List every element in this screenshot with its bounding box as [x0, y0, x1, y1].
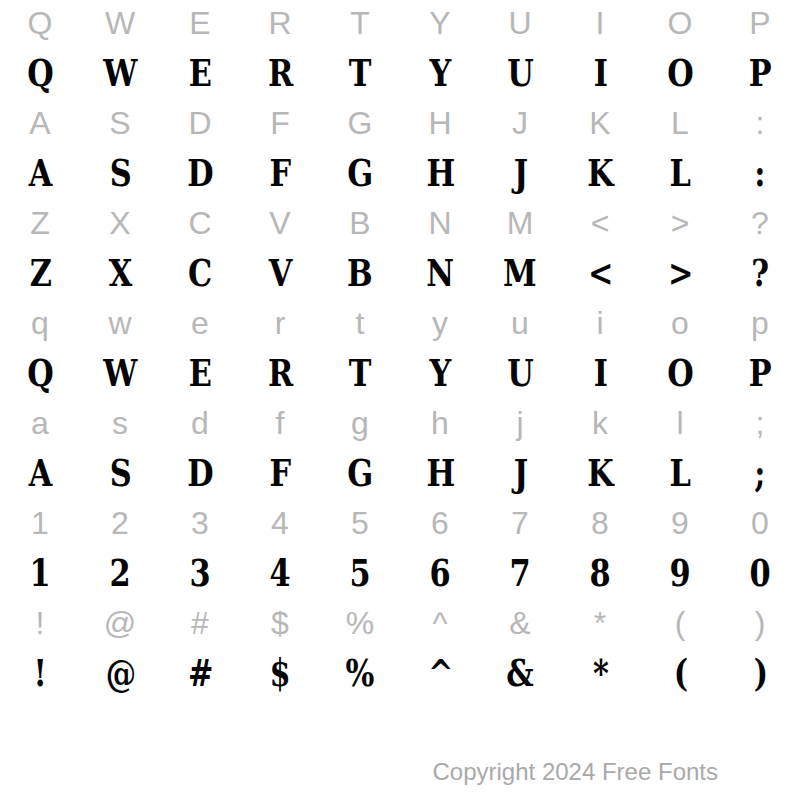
reference-glyph: r: [275, 307, 286, 339]
specimen-glyph: M: [504, 254, 537, 292]
reference-glyph: ^: [432, 607, 447, 639]
reference-glyph-cell-12-4: %: [320, 600, 400, 645]
specimen-glyph: 8: [590, 554, 610, 592]
reference-glyph-cell-8-6: j: [480, 400, 560, 445]
reference-glyph: #: [191, 607, 209, 639]
specimen-glyph: T: [349, 354, 371, 392]
reference-glyph: B: [349, 207, 370, 239]
reference-glyph: C: [188, 207, 211, 239]
reference-glyph-cell-12-9: ): [720, 600, 800, 645]
copyright-text: Copyright 2024 Free Fonts: [433, 758, 718, 786]
specimen-glyph-cell-3-4: G: [320, 145, 400, 200]
reference-glyph-cell-6-3: r: [240, 300, 320, 345]
reference-glyph-cell-4-7: <: [560, 200, 640, 245]
reference-glyph-cell-4-4: B: [320, 200, 400, 245]
specimen-glyph: R: [268, 354, 292, 392]
reference-glyph-cell-4-2: C: [160, 200, 240, 245]
reference-glyph-cell-6-0: q: [0, 300, 80, 345]
specimen-glyph-cell-7-2: E: [160, 345, 240, 400]
reference-glyph-cell-10-8: 9: [640, 500, 720, 545]
specimen-glyph-cell-5-4: B: [320, 245, 400, 300]
reference-glyph-cell-2-1: S: [80, 100, 160, 145]
reference-glyph: W: [105, 7, 135, 39]
reference-glyph-cell-4-6: M: [480, 200, 560, 245]
specimen-glyph: K: [587, 454, 613, 492]
specimen-glyph-cell-7-7: I: [560, 345, 640, 400]
character-grid: QWERTYUIOPQWERTYUIOPASDFGHJKL:ASDFGHJKL:…: [0, 0, 800, 700]
reference-glyph: <: [591, 207, 610, 239]
specimen-glyph: O: [667, 354, 693, 392]
reference-glyph-cell-10-5: 6: [400, 500, 480, 545]
specimen-glyph: V: [269, 254, 292, 292]
reference-glyph: 5: [351, 507, 369, 539]
specimen-glyph-cell-11-9: 0: [720, 545, 800, 600]
reference-glyph-cell-10-3: 4: [240, 500, 320, 545]
specimen-glyph: P: [749, 54, 771, 92]
specimen-glyph: B: [348, 254, 373, 292]
specimen-glyph-cell-11-2: 3: [160, 545, 240, 600]
reference-glyph: 1: [31, 507, 49, 539]
specimen-glyph: H: [426, 454, 454, 492]
specimen-glyph: R: [268, 54, 292, 92]
reference-glyph: :: [756, 107, 765, 139]
specimen-glyph: S: [109, 454, 130, 492]
specimen-glyph-cell-1-3: R: [240, 45, 320, 100]
reference-glyph-cell-6-5: y: [400, 300, 480, 345]
reference-glyph-cell-6-4: t: [320, 300, 400, 345]
specimen-glyph: 0: [750, 554, 770, 592]
specimen-glyph-cell-13-5: ^: [400, 645, 480, 700]
specimen-glyph-cell-1-2: E: [160, 45, 240, 100]
reference-glyph: i: [596, 307, 603, 339]
specimen-glyph: 2: [110, 554, 130, 592]
reference-glyph: o: [671, 307, 689, 339]
reference-glyph-cell-2-8: L: [640, 100, 720, 145]
specimen-glyph-cell-1-7: I: [560, 45, 640, 100]
reference-glyph: k: [592, 407, 608, 439]
specimen-glyph-cell-5-1: X: [80, 245, 160, 300]
reference-glyph: K: [589, 107, 610, 139]
specimen-glyph: F: [270, 154, 291, 192]
reference-glyph: *: [594, 607, 606, 639]
reference-glyph-cell-2-4: G: [320, 100, 400, 145]
reference-glyph: Y: [429, 7, 450, 39]
specimen-glyph-cell-11-1: 2: [80, 545, 160, 600]
specimen-glyph: U: [507, 354, 533, 392]
reference-glyph-cell-0-4: T: [320, 0, 400, 45]
reference-glyph: ): [755, 607, 766, 639]
reference-glyph: 8: [591, 507, 609, 539]
specimen-glyph: J: [513, 454, 527, 492]
reference-glyph: H: [428, 107, 451, 139]
specimen-glyph-cell-9-7: K: [560, 445, 640, 500]
reference-glyph: f: [276, 407, 285, 439]
specimen-glyph-cell-9-8: L: [640, 445, 720, 500]
specimen-glyph-cell-9-2: D: [160, 445, 240, 500]
reference-glyph: T: [350, 7, 370, 39]
specimen-glyph: 4: [270, 554, 290, 592]
specimen-glyph-cell-1-0: Q: [0, 45, 80, 100]
specimen-glyph: @: [105, 654, 135, 692]
specimen-glyph: ?: [751, 254, 768, 292]
specimen-glyph-cell-13-9: ): [720, 645, 800, 700]
specimen-glyph: Y: [430, 54, 451, 92]
reference-glyph: l: [676, 407, 683, 439]
reference-glyph-cell-6-1: w: [80, 300, 160, 345]
reference-glyph: L: [671, 107, 689, 139]
reference-glyph: h: [431, 407, 449, 439]
reference-glyph-cell-12-1: @: [80, 600, 160, 645]
reference-glyph-cell-12-5: ^: [400, 600, 480, 645]
reference-glyph-cell-4-3: V: [240, 200, 320, 245]
reference-glyph: @: [104, 607, 136, 639]
specimen-glyph-cell-13-6: &: [480, 645, 560, 700]
reference-glyph-cell-4-8: >: [640, 200, 720, 245]
reference-glyph-cell-0-1: W: [80, 0, 160, 45]
specimen-glyph: U: [507, 54, 533, 92]
reference-glyph-cell-0-6: U: [480, 0, 560, 45]
reference-glyph-cell-8-7: k: [560, 400, 640, 445]
font-specimen-sheet: QWERTYUIOPQWERTYUIOPASDFGHJKL:ASDFGHJKL:…: [0, 0, 800, 800]
reference-glyph: F: [270, 107, 290, 139]
specimen-glyph: I: [593, 354, 606, 392]
reference-glyph-cell-12-3: $: [240, 600, 320, 645]
reference-glyph: 7: [511, 507, 529, 539]
specimen-glyph-cell-11-7: 8: [560, 545, 640, 600]
reference-glyph-cell-0-7: I: [560, 0, 640, 45]
reference-glyph-cell-4-5: N: [400, 200, 480, 245]
reference-glyph-cell-0-2: E: [160, 0, 240, 45]
specimen-glyph: S: [109, 154, 130, 192]
specimen-glyph: %: [346, 654, 374, 692]
reference-glyph: j: [516, 407, 523, 439]
specimen-glyph-cell-9-0: A: [0, 445, 80, 500]
specimen-glyph: 7: [510, 554, 530, 592]
specimen-glyph: J: [513, 154, 527, 192]
reference-glyph: Q: [28, 7, 53, 39]
specimen-glyph: Y: [430, 354, 451, 392]
reference-glyph: ?: [751, 207, 769, 239]
reference-glyph: t: [356, 307, 365, 339]
reference-glyph-cell-10-1: 2: [80, 500, 160, 545]
reference-glyph-cell-0-0: Q: [0, 0, 80, 45]
specimen-glyph-cell-5-8: >: [640, 245, 720, 300]
reference-glyph: &: [509, 607, 530, 639]
specimen-glyph: W: [103, 54, 136, 92]
reference-glyph: !: [36, 607, 45, 639]
reference-glyph-cell-0-8: O: [640, 0, 720, 45]
reference-glyph-cell-4-0: Z: [0, 200, 80, 245]
reference-glyph: J: [512, 107, 528, 139]
reference-glyph: O: [668, 7, 693, 39]
reference-glyph-cell-2-2: D: [160, 100, 240, 145]
reference-glyph: E: [189, 7, 210, 39]
specimen-glyph-cell-9-4: G: [320, 445, 400, 500]
specimen-glyph-cell-11-4: 5: [320, 545, 400, 600]
specimen-glyph: K: [587, 154, 613, 192]
specimen-glyph: Q: [27, 354, 53, 392]
reference-glyph-cell-10-0: 1: [0, 500, 80, 545]
specimen-glyph: N: [426, 254, 453, 292]
reference-glyph: G: [348, 107, 373, 139]
specimen-glyph-cell-7-4: T: [320, 345, 400, 400]
specimen-glyph-cell-7-0: Q: [0, 345, 80, 400]
specimen-glyph: F: [270, 454, 291, 492]
reference-glyph-cell-4-1: X: [80, 200, 160, 245]
reference-glyph: s: [112, 407, 128, 439]
reference-glyph-cell-12-7: *: [560, 600, 640, 645]
reference-glyph-cell-2-0: A: [0, 100, 80, 145]
specimen-glyph-cell-11-3: 4: [240, 545, 320, 600]
specimen-glyph-cell-9-6: J: [480, 445, 560, 500]
reference-glyph-cell-8-2: d: [160, 400, 240, 445]
specimen-glyph-cell-3-3: F: [240, 145, 320, 200]
specimen-glyph-cell-5-2: C: [160, 245, 240, 300]
reference-glyph-cell-10-9: 0: [720, 500, 800, 545]
reference-glyph: d: [191, 407, 209, 439]
specimen-glyph: G: [347, 454, 372, 492]
specimen-glyph: E: [189, 54, 211, 92]
specimen-glyph: L: [670, 154, 691, 192]
reference-glyph-cell-6-2: e: [160, 300, 240, 345]
reference-glyph: 9: [671, 507, 689, 539]
reference-glyph-cell-0-9: P: [720, 0, 800, 45]
reference-glyph-cell-0-3: R: [240, 0, 320, 45]
reference-glyph-cell-10-6: 7: [480, 500, 560, 545]
reference-glyph: y: [432, 307, 448, 339]
specimen-glyph: G: [347, 154, 372, 192]
specimen-glyph-cell-13-3: $: [240, 645, 320, 700]
reference-glyph: e: [191, 307, 209, 339]
specimen-glyph-cell-9-9: ;: [720, 445, 800, 500]
reference-glyph-cell-2-9: :: [720, 100, 800, 145]
specimen-glyph-cell-1-5: Y: [400, 45, 480, 100]
specimen-glyph: P: [749, 354, 771, 392]
specimen-glyph-cell-13-4: %: [320, 645, 400, 700]
reference-glyph-cell-2-6: J: [480, 100, 560, 145]
reference-glyph-cell-0-5: Y: [400, 0, 480, 45]
specimen-glyph: ): [753, 654, 767, 692]
specimen-glyph: D: [187, 454, 213, 492]
reference-glyph: ;: [756, 407, 765, 439]
reference-glyph-cell-8-9: ;: [720, 400, 800, 445]
reference-glyph: (: [675, 607, 686, 639]
specimen-glyph-cell-11-0: 1: [0, 545, 80, 600]
specimen-glyph-cell-1-9: P: [720, 45, 800, 100]
reference-glyph: q: [31, 307, 49, 339]
reference-glyph-cell-12-6: &: [480, 600, 560, 645]
specimen-glyph-cell-7-1: W: [80, 345, 160, 400]
reference-glyph-cell-12-8: (: [640, 600, 720, 645]
specimen-glyph-cell-13-2: #: [160, 645, 240, 700]
specimen-glyph-cell-5-0: Z: [0, 245, 80, 300]
specimen-glyph-cell-1-1: W: [80, 45, 160, 100]
reference-glyph-cell-8-8: l: [640, 400, 720, 445]
specimen-glyph: $: [270, 654, 290, 692]
specimen-glyph: A: [29, 154, 52, 192]
reference-glyph-cell-12-0: !: [0, 600, 80, 645]
specimen-glyph: ;: [755, 454, 765, 492]
specimen-glyph-cell-5-9: ?: [720, 245, 800, 300]
specimen-glyph: !: [34, 654, 47, 692]
specimen-glyph-cell-13-0: !: [0, 645, 80, 700]
specimen-glyph: 9: [670, 554, 690, 592]
specimen-glyph: O: [667, 54, 693, 92]
specimen-glyph: 6: [430, 554, 450, 592]
reference-glyph: U: [508, 7, 531, 39]
specimen-glyph-cell-1-8: O: [640, 45, 720, 100]
reference-glyph-cell-6-6: u: [480, 300, 560, 345]
specimen-glyph-cell-5-6: M: [480, 245, 560, 300]
specimen-glyph-cell-3-1: S: [80, 145, 160, 200]
reference-glyph: g: [351, 407, 369, 439]
specimen-glyph-cell-9-3: F: [240, 445, 320, 500]
reference-glyph: R: [268, 7, 291, 39]
reference-glyph-cell-6-8: o: [640, 300, 720, 345]
specimen-glyph: ^: [428, 654, 453, 692]
reference-glyph-cell-6-9: p: [720, 300, 800, 345]
reference-glyph-cell-10-2: 3: [160, 500, 240, 545]
specimen-glyph: 5: [350, 554, 370, 592]
specimen-glyph: Z: [29, 254, 50, 292]
specimen-glyph: :: [755, 154, 765, 192]
reference-glyph: I: [596, 7, 605, 39]
reference-glyph: 6: [431, 507, 449, 539]
specimen-glyph-cell-11-6: 7: [480, 545, 560, 600]
specimen-glyph: (: [673, 654, 687, 692]
specimen-glyph-cell-3-7: K: [560, 145, 640, 200]
specimen-glyph-cell-13-7: *: [560, 645, 640, 700]
reference-glyph: S: [109, 107, 130, 139]
reference-glyph: M: [507, 207, 534, 239]
specimen-glyph: D: [187, 154, 213, 192]
specimen-glyph: I: [593, 54, 606, 92]
specimen-glyph-cell-5-7: <: [560, 245, 640, 300]
reference-glyph-cell-8-3: f: [240, 400, 320, 445]
specimen-glyph-cell-3-5: H: [400, 145, 480, 200]
specimen-glyph-cell-1-6: U: [480, 45, 560, 100]
specimen-glyph: #: [188, 654, 213, 692]
specimen-glyph-cell-7-9: P: [720, 345, 800, 400]
reference-glyph: V: [269, 207, 290, 239]
reference-glyph: 4: [271, 507, 289, 539]
reference-glyph-cell-2-7: K: [560, 100, 640, 145]
specimen-glyph-cell-1-4: T: [320, 45, 400, 100]
specimen-glyph-cell-3-0: A: [0, 145, 80, 200]
reference-glyph-cell-10-4: 5: [320, 500, 400, 545]
specimen-glyph-cell-9-5: H: [400, 445, 480, 500]
reference-glyph: $: [271, 607, 289, 639]
specimen-glyph: <: [588, 254, 613, 292]
specimen-glyph-cell-3-9: :: [720, 145, 800, 200]
specimen-glyph: >: [668, 254, 693, 292]
reference-glyph: A: [29, 107, 50, 139]
specimen-glyph: A: [29, 454, 52, 492]
reference-glyph: u: [511, 307, 529, 339]
reference-glyph: %: [346, 607, 374, 639]
specimen-glyph: &: [507, 654, 534, 692]
reference-glyph-cell-8-1: s: [80, 400, 160, 445]
reference-glyph: >: [671, 207, 690, 239]
reference-glyph: w: [108, 307, 131, 339]
reference-glyph-cell-4-9: ?: [720, 200, 800, 245]
specimen-glyph: Q: [27, 54, 53, 92]
specimen-glyph-cell-5-3: V: [240, 245, 320, 300]
reference-glyph-cell-12-2: #: [160, 600, 240, 645]
specimen-glyph: L: [670, 454, 691, 492]
specimen-glyph-cell-7-5: Y: [400, 345, 480, 400]
specimen-glyph-cell-13-8: (: [640, 645, 720, 700]
specimen-glyph-cell-7-6: U: [480, 345, 560, 400]
specimen-glyph-cell-11-5: 6: [400, 545, 480, 600]
specimen-glyph-cell-5-5: N: [400, 245, 480, 300]
specimen-glyph: E: [189, 354, 211, 392]
reference-glyph-cell-2-5: H: [400, 100, 480, 145]
specimen-glyph-cell-3-6: J: [480, 145, 560, 200]
reference-glyph: Z: [30, 207, 50, 239]
reference-glyph-cell-8-5: h: [400, 400, 480, 445]
specimen-glyph-cell-13-1: @: [80, 645, 160, 700]
reference-glyph: X: [109, 207, 130, 239]
specimen-glyph: X: [109, 254, 132, 292]
specimen-glyph: C: [188, 254, 211, 292]
reference-glyph: 0: [751, 507, 769, 539]
specimen-glyph: W: [103, 354, 136, 392]
reference-glyph: N: [428, 207, 451, 239]
specimen-glyph-cell-3-8: L: [640, 145, 720, 200]
specimen-glyph-cell-7-8: O: [640, 345, 720, 400]
reference-glyph-cell-2-3: F: [240, 100, 320, 145]
reference-glyph-cell-8-4: g: [320, 400, 400, 445]
specimen-glyph-cell-9-1: S: [80, 445, 160, 500]
specimen-glyph-cell-11-8: 9: [640, 545, 720, 600]
specimen-glyph: *: [592, 654, 607, 692]
specimen-glyph: 3: [190, 554, 210, 592]
reference-glyph: P: [749, 7, 770, 39]
reference-glyph-cell-6-7: i: [560, 300, 640, 345]
reference-glyph-cell-10-7: 8: [560, 500, 640, 545]
reference-glyph: p: [751, 307, 769, 339]
reference-glyph: D: [188, 107, 211, 139]
reference-glyph-cell-8-0: a: [0, 400, 80, 445]
specimen-glyph: H: [426, 154, 454, 192]
reference-glyph: a: [31, 407, 49, 439]
reference-glyph: 3: [191, 507, 209, 539]
specimen-glyph: 1: [30, 554, 50, 592]
specimen-glyph: T: [349, 54, 371, 92]
reference-glyph: 2: [111, 507, 129, 539]
specimen-glyph-cell-3-2: D: [160, 145, 240, 200]
specimen-glyph-cell-7-3: R: [240, 345, 320, 400]
